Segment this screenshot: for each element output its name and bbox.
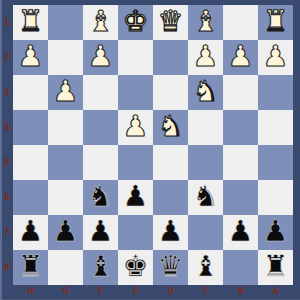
square-a2[interactable]: ♟: [258, 40, 293, 75]
square-c7[interactable]: [188, 215, 223, 250]
piece-black-pawn: ♟: [53, 217, 79, 246]
rank-label-6: 6: [0, 180, 13, 215]
piece-white-pawn: ♟: [88, 42, 114, 71]
rank-label-3: 3: [0, 75, 13, 110]
square-f7[interactable]: ♟: [83, 215, 118, 250]
square-h2[interactable]: ♟: [13, 40, 48, 75]
piece-white-rook: ♜: [263, 7, 289, 36]
piece-black-knight: ♞: [88, 182, 114, 211]
square-e3[interactable]: [118, 75, 153, 110]
piece-black-pawn: ♟: [88, 217, 114, 246]
square-d1[interactable]: ♛: [153, 5, 188, 40]
file-label-d: D: [153, 285, 188, 300]
piece-white-knight: ♞: [158, 112, 184, 141]
square-b6[interactable]: [223, 180, 258, 215]
square-f6[interactable]: ♞: [83, 180, 118, 215]
rank-label-1: 1: [0, 5, 13, 40]
square-a3[interactable]: [258, 75, 293, 110]
square-e7[interactable]: [118, 215, 153, 250]
square-f2[interactable]: ♟: [83, 40, 118, 75]
square-h7[interactable]: ♟: [13, 215, 48, 250]
piece-white-queen: ♛: [158, 7, 184, 36]
piece-black-pawn: ♟: [18, 217, 44, 246]
piece-white-king: ♚: [123, 7, 149, 36]
piece-black-pawn: ♟: [228, 217, 254, 246]
piece-white-rook: ♜: [18, 7, 44, 36]
square-d8[interactable]: ♛: [153, 250, 188, 285]
square-e1[interactable]: ♚: [118, 5, 153, 40]
square-h8[interactable]: ♜: [13, 250, 48, 285]
square-e2[interactable]: [118, 40, 153, 75]
file-label-f: F: [83, 285, 118, 300]
square-c2[interactable]: ♟: [188, 40, 223, 75]
square-g8[interactable]: [48, 250, 83, 285]
file-label-e: E: [118, 285, 153, 300]
piece-white-pawn: ♟: [53, 77, 79, 106]
piece-white-pawn: ♟: [193, 42, 219, 71]
square-g3[interactable]: ♟: [48, 75, 83, 110]
square-h6[interactable]: [13, 180, 48, 215]
piece-black-king: ♚: [123, 252, 149, 281]
rank-label-8: 8: [0, 250, 13, 285]
chess-board: ♜♝♚♛♝♜♟♟♟♟♟♟♞♟♞♞♟♞♟♟♟♟♟♟♜♝♚♛♝♜: [13, 5, 293, 285]
square-b4[interactable]: [223, 110, 258, 145]
piece-white-pawn: ♟: [263, 42, 289, 71]
square-b3[interactable]: [223, 75, 258, 110]
square-b5[interactable]: [223, 145, 258, 180]
square-a7[interactable]: ♟: [258, 215, 293, 250]
square-g4[interactable]: [48, 110, 83, 145]
file-label-c: C: [188, 285, 223, 300]
square-b1[interactable]: [223, 5, 258, 40]
square-e5[interactable]: [118, 145, 153, 180]
piece-black-bishop: ♝: [193, 252, 219, 281]
square-g5[interactable]: [48, 145, 83, 180]
square-h3[interactable]: [13, 75, 48, 110]
square-g1[interactable]: [48, 5, 83, 40]
square-f4[interactable]: [83, 110, 118, 145]
piece-black-bishop: ♝: [88, 252, 114, 281]
square-g6[interactable]: [48, 180, 83, 215]
piece-black-rook: ♜: [263, 252, 289, 281]
square-d2[interactable]: [153, 40, 188, 75]
piece-black-pawn: ♟: [158, 217, 184, 246]
square-c3[interactable]: ♞: [188, 75, 223, 110]
square-d7[interactable]: ♟: [153, 215, 188, 250]
piece-black-knight: ♞: [193, 182, 219, 211]
file-label-h: H: [13, 285, 48, 300]
piece-black-pawn: ♟: [123, 182, 149, 211]
file-label-a: A: [258, 285, 293, 300]
square-f8[interactable]: ♝: [83, 250, 118, 285]
file-label-b: B: [223, 285, 258, 300]
square-c5[interactable]: [188, 145, 223, 180]
file-label-g: G: [48, 285, 83, 300]
square-a8[interactable]: ♜: [258, 250, 293, 285]
square-h1[interactable]: ♜: [13, 5, 48, 40]
square-b8[interactable]: [223, 250, 258, 285]
square-h5[interactable]: [13, 145, 48, 180]
square-h4[interactable]: [13, 110, 48, 145]
piece-white-knight: ♞: [193, 77, 219, 106]
square-b7[interactable]: ♟: [223, 215, 258, 250]
square-a4[interactable]: [258, 110, 293, 145]
square-d5[interactable]: [153, 145, 188, 180]
square-e4[interactable]: ♟: [118, 110, 153, 145]
square-c4[interactable]: [188, 110, 223, 145]
square-f5[interactable]: [83, 145, 118, 180]
piece-white-bishop: ♝: [88, 7, 114, 36]
file-labels: HGFEDCBA: [13, 285, 293, 300]
square-e6[interactable]: ♟: [118, 180, 153, 215]
piece-white-pawn: ♟: [18, 42, 44, 71]
square-c6[interactable]: ♞: [188, 180, 223, 215]
rank-label-4: 4: [0, 110, 13, 145]
rank-label-7: 7: [0, 215, 13, 250]
square-b2[interactable]: ♟: [223, 40, 258, 75]
square-d3[interactable]: [153, 75, 188, 110]
square-c1[interactable]: ♝: [188, 5, 223, 40]
square-e8[interactable]: ♚: [118, 250, 153, 285]
piece-black-rook: ♜: [18, 252, 44, 281]
square-c8[interactable]: ♝: [188, 250, 223, 285]
piece-white-pawn: ♟: [228, 42, 254, 71]
square-d6[interactable]: [153, 180, 188, 215]
square-g2[interactable]: [48, 40, 83, 75]
piece-white-pawn: ♟: [123, 112, 149, 141]
square-f3[interactable]: [83, 75, 118, 110]
piece-white-bishop: ♝: [193, 7, 219, 36]
piece-black-pawn: ♟: [263, 217, 289, 246]
square-a1[interactable]: ♜: [258, 5, 293, 40]
square-a5[interactable]: [258, 145, 293, 180]
rank-labels: 12345678: [0, 5, 13, 285]
square-g7[interactable]: ♟: [48, 215, 83, 250]
rank-label-5: 5: [0, 145, 13, 180]
piece-black-queen: ♛: [158, 252, 184, 281]
chess-diagram: 12345678 ♜♝♚♛♝♜♟♟♟♟♟♟♞♟♞♞♟♞♟♟♟♟♟♟♜♝♚♛♝♜ …: [0, 0, 300, 300]
rank-label-2: 2: [0, 40, 13, 75]
square-f1[interactable]: ♝: [83, 5, 118, 40]
square-a6[interactable]: [258, 180, 293, 215]
square-d4[interactable]: ♞: [153, 110, 188, 145]
